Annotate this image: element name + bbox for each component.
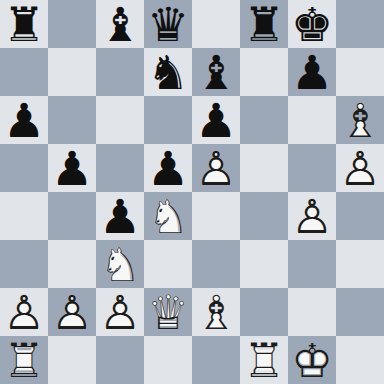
square-b6[interactable] bbox=[48, 96, 96, 144]
square-b5[interactable]: ♟ bbox=[48, 144, 96, 192]
white-bishop-outline-icon: ♗ bbox=[336, 96, 384, 144]
piece-black-pawn[interactable]: ♟ bbox=[96, 192, 144, 240]
square-f8[interactable]: ♜ bbox=[240, 0, 288, 48]
square-h2[interactable] bbox=[336, 288, 384, 336]
square-c3[interactable]: ♞♘ bbox=[96, 240, 144, 288]
square-f7[interactable] bbox=[240, 48, 288, 96]
square-g7[interactable]: ♟ bbox=[288, 48, 336, 96]
piece-black-king[interactable]: ♚ bbox=[288, 0, 336, 48]
square-a4[interactable] bbox=[0, 192, 48, 240]
square-c1[interactable] bbox=[96, 336, 144, 384]
square-c8[interactable]: ♝ bbox=[96, 0, 144, 48]
piece-black-pawn[interactable]: ♟ bbox=[0, 96, 48, 144]
piece-white-pawn[interactable]: ♟♙ bbox=[48, 288, 96, 336]
white-pawn-outline-icon: ♙ bbox=[48, 288, 96, 336]
square-b3[interactable] bbox=[48, 240, 96, 288]
piece-white-bishop[interactable]: ♝♗ bbox=[192, 288, 240, 336]
square-d5[interactable]: ♟ bbox=[144, 144, 192, 192]
piece-white-pawn[interactable]: ♟♙ bbox=[96, 288, 144, 336]
square-e8[interactable] bbox=[192, 0, 240, 48]
piece-black-pawn[interactable]: ♟ bbox=[288, 48, 336, 96]
square-c4[interactable]: ♟ bbox=[96, 192, 144, 240]
square-b2[interactable]: ♟♙ bbox=[48, 288, 96, 336]
square-g1[interactable]: ♚♔ bbox=[288, 336, 336, 384]
piece-black-rook[interactable]: ♜ bbox=[0, 0, 48, 48]
square-a8[interactable]: ♜ bbox=[0, 0, 48, 48]
square-e7[interactable]: ♝ bbox=[192, 48, 240, 96]
piece-white-bishop[interactable]: ♝♗ bbox=[336, 96, 384, 144]
piece-white-knight[interactable]: ♞♘ bbox=[96, 240, 144, 288]
piece-white-pawn[interactable]: ♟♙ bbox=[336, 144, 384, 192]
square-g6[interactable] bbox=[288, 96, 336, 144]
white-pawn-outline-icon: ♙ bbox=[192, 144, 240, 192]
square-a5[interactable] bbox=[0, 144, 48, 192]
square-g5[interactable] bbox=[288, 144, 336, 192]
square-h4[interactable] bbox=[336, 192, 384, 240]
square-a7[interactable] bbox=[0, 48, 48, 96]
square-d7[interactable]: ♞ bbox=[144, 48, 192, 96]
white-rook-outline-icon: ♖ bbox=[0, 336, 48, 384]
square-c5[interactable] bbox=[96, 144, 144, 192]
square-c7[interactable] bbox=[96, 48, 144, 96]
square-f2[interactable] bbox=[240, 288, 288, 336]
square-a1[interactable]: ♜♖ bbox=[0, 336, 48, 384]
piece-black-bishop[interactable]: ♝ bbox=[192, 48, 240, 96]
square-f4[interactable] bbox=[240, 192, 288, 240]
piece-black-pawn[interactable]: ♟ bbox=[48, 144, 96, 192]
square-g4[interactable]: ♟♙ bbox=[288, 192, 336, 240]
square-d2[interactable]: ♛♕ bbox=[144, 288, 192, 336]
square-a2[interactable]: ♟♙ bbox=[0, 288, 48, 336]
piece-white-queen[interactable]: ♛♕ bbox=[144, 288, 192, 336]
white-knight-outline-icon: ♘ bbox=[144, 192, 192, 240]
white-pawn-outline-icon: ♙ bbox=[336, 144, 384, 192]
square-g3[interactable] bbox=[288, 240, 336, 288]
square-f3[interactable] bbox=[240, 240, 288, 288]
piece-black-pawn[interactable]: ♟ bbox=[192, 96, 240, 144]
square-b8[interactable] bbox=[48, 0, 96, 48]
square-e6[interactable]: ♟ bbox=[192, 96, 240, 144]
square-h7[interactable] bbox=[336, 48, 384, 96]
square-g2[interactable] bbox=[288, 288, 336, 336]
chess-board: ♜♝♛♜♚♞♝♟♟♟♝♗♟♟♟♙♟♙♟♞♘♟♙♞♘♟♙♟♙♟♙♛♕♝♗♜♖♜♖♚… bbox=[0, 0, 384, 384]
piece-black-rook[interactable]: ♜ bbox=[240, 0, 288, 48]
square-h1[interactable] bbox=[336, 336, 384, 384]
white-king-outline-icon: ♔ bbox=[288, 336, 336, 384]
piece-white-knight[interactable]: ♞♘ bbox=[144, 192, 192, 240]
square-h8[interactable] bbox=[336, 0, 384, 48]
white-bishop-outline-icon: ♗ bbox=[192, 288, 240, 336]
piece-white-rook[interactable]: ♜♖ bbox=[240, 336, 288, 384]
square-b1[interactable] bbox=[48, 336, 96, 384]
square-e3[interactable] bbox=[192, 240, 240, 288]
square-c2[interactable]: ♟♙ bbox=[96, 288, 144, 336]
square-h5[interactable]: ♟♙ bbox=[336, 144, 384, 192]
square-h3[interactable] bbox=[336, 240, 384, 288]
piece-white-pawn[interactable]: ♟♙ bbox=[288, 192, 336, 240]
piece-white-pawn[interactable]: ♟♙ bbox=[192, 144, 240, 192]
square-g8[interactable]: ♚ bbox=[288, 0, 336, 48]
square-d3[interactable] bbox=[144, 240, 192, 288]
square-c6[interactable] bbox=[96, 96, 144, 144]
piece-black-queen[interactable]: ♛ bbox=[144, 0, 192, 48]
square-f6[interactable] bbox=[240, 96, 288, 144]
square-a6[interactable]: ♟ bbox=[0, 96, 48, 144]
square-d1[interactable] bbox=[144, 336, 192, 384]
square-e5[interactable]: ♟♙ bbox=[192, 144, 240, 192]
piece-white-king[interactable]: ♚♔ bbox=[288, 336, 336, 384]
square-f1[interactable]: ♜♖ bbox=[240, 336, 288, 384]
square-h6[interactable]: ♝♗ bbox=[336, 96, 384, 144]
white-pawn-outline-icon: ♙ bbox=[96, 288, 144, 336]
square-e4[interactable] bbox=[192, 192, 240, 240]
piece-white-rook[interactable]: ♜♖ bbox=[0, 336, 48, 384]
piece-black-pawn[interactable]: ♟ bbox=[144, 144, 192, 192]
square-e1[interactable] bbox=[192, 336, 240, 384]
square-e2[interactable]: ♝♗ bbox=[192, 288, 240, 336]
white-rook-outline-icon: ♖ bbox=[240, 336, 288, 384]
white-queen-outline-icon: ♕ bbox=[144, 288, 192, 336]
white-pawn-outline-icon: ♙ bbox=[288, 192, 336, 240]
white-pawn-outline-icon: ♙ bbox=[0, 288, 48, 336]
square-b7[interactable] bbox=[48, 48, 96, 96]
square-d6[interactable] bbox=[144, 96, 192, 144]
square-d8[interactable]: ♛ bbox=[144, 0, 192, 48]
white-knight-outline-icon: ♘ bbox=[96, 240, 144, 288]
square-a3[interactable] bbox=[0, 240, 48, 288]
square-b4[interactable] bbox=[48, 192, 96, 240]
square-d4[interactable]: ♞♘ bbox=[144, 192, 192, 240]
piece-white-pawn[interactable]: ♟♙ bbox=[0, 288, 48, 336]
square-f5[interactable] bbox=[240, 144, 288, 192]
piece-black-knight[interactable]: ♞ bbox=[144, 48, 192, 96]
piece-black-bishop[interactable]: ♝ bbox=[96, 0, 144, 48]
